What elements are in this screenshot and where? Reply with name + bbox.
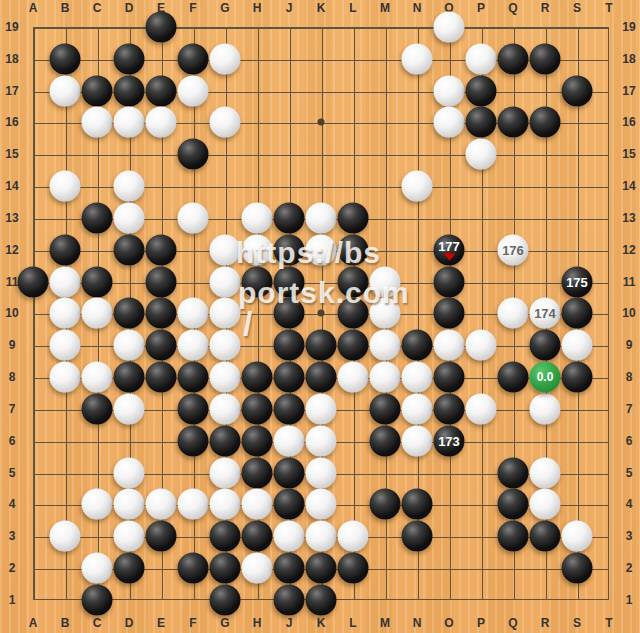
- col-label-bottom-M: M: [380, 616, 390, 630]
- black-stone-C17: [82, 75, 113, 106]
- black-stone-J13: [274, 202, 305, 233]
- white-stone-C2: [82, 553, 113, 584]
- black-stone-H5: [242, 457, 273, 488]
- col-label-top-Q: Q: [508, 1, 517, 15]
- col-label-top-R: R: [541, 1, 550, 15]
- white-stone-B11: [50, 266, 81, 297]
- white-stone-D9: [114, 330, 145, 361]
- white-stone-G11: [210, 266, 241, 297]
- last-move-triangle-icon: [443, 253, 455, 260]
- black-stone-E11: [146, 266, 177, 297]
- col-label-top-T: T: [605, 1, 612, 15]
- white-stone-R4: [530, 489, 561, 520]
- row-label-left-6: 6: [9, 434, 16, 448]
- white-stone-L8: [338, 362, 369, 393]
- row-label-right-18: 18: [622, 52, 635, 66]
- white-stone-C10: [82, 298, 113, 329]
- white-stone-F9: [178, 330, 209, 361]
- row-label-right-16: 16: [622, 115, 635, 129]
- black-stone-S2: [562, 553, 593, 584]
- white-stone-E16: [146, 107, 177, 138]
- black-stone-F15: [178, 139, 209, 170]
- white-stone-M9: [370, 330, 401, 361]
- move-number-176: 176: [502, 243, 524, 256]
- row-label-left-12: 12: [5, 243, 18, 257]
- col-label-bottom-O: O: [444, 616, 453, 630]
- white-stone-B3: [50, 521, 81, 552]
- row-label-left-1: 1: [9, 593, 16, 607]
- row-label-right-5: 5: [626, 466, 633, 480]
- black-stone-O7: [434, 393, 465, 424]
- white-stone-E4: [146, 489, 177, 520]
- white-stone-J6: [274, 425, 305, 456]
- row-label-left-9: 9: [9, 338, 16, 352]
- row-label-left-5: 5: [9, 466, 16, 480]
- row-label-left-10: 10: [5, 306, 18, 320]
- black-stone-S11: 175: [562, 266, 593, 297]
- row-label-left-3: 3: [9, 529, 16, 543]
- col-label-bottom-P: P: [477, 616, 485, 630]
- white-stone-N18: [402, 43, 433, 74]
- black-stone-L2: [338, 553, 369, 584]
- white-stone-G18: [210, 43, 241, 74]
- black-stone-S10: [562, 298, 593, 329]
- white-stone-K7: [306, 393, 337, 424]
- col-label-top-S: S: [573, 1, 581, 15]
- black-stone-N9: [402, 330, 433, 361]
- white-stone-P9: [466, 330, 497, 361]
- col-label-bottom-N: N: [413, 616, 422, 630]
- white-stone-F10: [178, 298, 209, 329]
- col-label-bottom-H: H: [253, 616, 262, 630]
- row-label-left-4: 4: [9, 497, 16, 511]
- col-label-top-H: H: [253, 1, 262, 15]
- white-stone-G16: [210, 107, 241, 138]
- white-stone-B10: [50, 298, 81, 329]
- white-stone-G10: [210, 298, 241, 329]
- black-stone-B12: [50, 234, 81, 265]
- white-stone-D13: [114, 202, 145, 233]
- black-stone-M4: [370, 489, 401, 520]
- watermark-line3: /: [243, 304, 253, 343]
- col-label-bottom-J: J: [286, 616, 293, 630]
- ai-score-marker[interactable]: 0.0: [530, 362, 561, 393]
- white-stone-R7: [530, 393, 561, 424]
- black-stone-L13: [338, 202, 369, 233]
- move-number-173: 173: [438, 434, 460, 447]
- col-label-top-J: J: [286, 1, 293, 15]
- row-label-right-11: 11: [623, 275, 636, 289]
- white-stone-G7: [210, 393, 241, 424]
- white-stone-K6: [306, 425, 337, 456]
- white-stone-B8: [50, 362, 81, 393]
- black-stone-J9: [274, 330, 305, 361]
- white-stone-P7: [466, 393, 497, 424]
- white-stone-D7: [114, 393, 145, 424]
- black-stone-D2: [114, 553, 145, 584]
- col-label-bottom-Q: Q: [508, 616, 517, 630]
- black-stone-E12: [146, 234, 177, 265]
- black-stone-J7: [274, 393, 305, 424]
- black-stone-N3: [402, 521, 433, 552]
- black-stone-L9: [338, 330, 369, 361]
- black-stone-F7: [178, 393, 209, 424]
- hoshi-K16: [318, 119, 325, 126]
- row-label-left-15: 15: [5, 147, 18, 161]
- white-stone-G4: [210, 489, 241, 520]
- white-stone-R10: 174: [530, 298, 561, 329]
- black-stone-D17: [114, 75, 145, 106]
- black-stone-G2: [210, 553, 241, 584]
- black-stone-Q18: [498, 43, 529, 74]
- row-label-left-16: 16: [5, 115, 18, 129]
- row-label-left-8: 8: [9, 370, 16, 384]
- white-stone-S9: [562, 330, 593, 361]
- row-label-right-13: 13: [622, 211, 635, 225]
- row-label-left-11: 11: [6, 275, 19, 289]
- black-stone-O8: [434, 362, 465, 393]
- col-label-top-A: A: [29, 1, 38, 15]
- col-label-bottom-E: E: [157, 616, 165, 630]
- black-stone-F6: [178, 425, 209, 456]
- black-stone-C7: [82, 393, 113, 424]
- col-label-top-P: P: [477, 1, 485, 15]
- watermark-line1: https://bs: [236, 236, 381, 270]
- white-stone-K4: [306, 489, 337, 520]
- black-stone-B18: [50, 43, 81, 74]
- row-label-left-14: 14: [5, 179, 18, 193]
- black-stone-P16: [466, 107, 497, 138]
- col-label-bottom-L: L: [349, 616, 356, 630]
- black-stone-O6: 173: [434, 425, 465, 456]
- white-stone-O9: [434, 330, 465, 361]
- black-stone-J8: [274, 362, 305, 393]
- white-stone-G9: [210, 330, 241, 361]
- white-stone-B14: [50, 171, 81, 202]
- black-stone-Q3: [498, 521, 529, 552]
- move-number-174: 174: [534, 307, 556, 320]
- row-label-right-8: 8: [626, 370, 633, 384]
- col-label-top-D: D: [125, 1, 134, 15]
- black-stone-J5: [274, 457, 305, 488]
- black-stone-E3: [146, 521, 177, 552]
- white-stone-N6: [402, 425, 433, 456]
- col-label-bottom-R: R: [541, 616, 550, 630]
- row-label-left-19: 19: [5, 20, 18, 34]
- white-stone-G5: [210, 457, 241, 488]
- black-stone-O11: [434, 266, 465, 297]
- col-label-top-K: K: [317, 1, 326, 15]
- white-stone-D16: [114, 107, 145, 138]
- black-stone-E19: [146, 12, 177, 43]
- white-stone-N7: [402, 393, 433, 424]
- white-stone-K3: [306, 521, 337, 552]
- white-stone-D14: [114, 171, 145, 202]
- white-stone-F17: [178, 75, 209, 106]
- row-label-right-19: 19: [622, 20, 635, 34]
- black-stone-R9: [530, 330, 561, 361]
- white-stone-P15: [466, 139, 497, 170]
- white-stone-H4: [242, 489, 273, 520]
- white-stone-S3: [562, 521, 593, 552]
- white-stone-H2: [242, 553, 273, 584]
- black-stone-C11: [82, 266, 113, 297]
- white-stone-N8: [402, 362, 433, 393]
- row-label-left-2: 2: [9, 561, 16, 575]
- black-stone-J2: [274, 553, 305, 584]
- row-label-right-4: 4: [626, 497, 633, 511]
- black-stone-S17: [562, 75, 593, 106]
- black-stone-K2: [306, 553, 337, 584]
- col-label-bottom-K: K: [317, 616, 326, 630]
- black-stone-G6: [210, 425, 241, 456]
- black-stone-E8: [146, 362, 177, 393]
- black-stone-F18: [178, 43, 209, 74]
- black-stone-D8: [114, 362, 145, 393]
- white-stone-K13: [306, 202, 337, 233]
- black-stone-G1: [210, 584, 241, 615]
- black-stone-O12: 177: [434, 234, 465, 265]
- white-stone-G8: [210, 362, 241, 393]
- black-stone-Q16: [498, 107, 529, 138]
- watermark-line2: portsk.com: [238, 276, 410, 310]
- move-number-175: 175: [566, 275, 588, 288]
- row-label-right-2: 2: [626, 561, 633, 575]
- white-stone-Q10: [498, 298, 529, 329]
- col-label-bottom-F: F: [189, 616, 196, 630]
- white-stone-N14: [402, 171, 433, 202]
- col-label-top-M: M: [380, 1, 390, 15]
- row-label-right-9: 9: [626, 338, 633, 352]
- black-stone-M7: [370, 393, 401, 424]
- row-label-right-10: 10: [622, 306, 635, 320]
- black-stone-K8: [306, 362, 337, 393]
- white-stone-C8: [82, 362, 113, 393]
- black-stone-J4: [274, 489, 305, 520]
- black-stone-N4: [402, 489, 433, 520]
- white-stone-O19: [434, 12, 465, 43]
- black-stone-O10: [434, 298, 465, 329]
- hoshi-K10: [318, 310, 325, 317]
- black-stone-F2: [178, 553, 209, 584]
- row-label-right-14: 14: [622, 179, 635, 193]
- row-label-right-12: 12: [622, 243, 635, 257]
- white-stone-O17: [434, 75, 465, 106]
- black-stone-Q5: [498, 457, 529, 488]
- white-stone-D4: [114, 489, 145, 520]
- col-label-bottom-D: D: [125, 616, 134, 630]
- col-label-bottom-B: B: [61, 616, 70, 630]
- col-label-bottom-T: T: [605, 616, 612, 630]
- white-stone-J3: [274, 521, 305, 552]
- col-label-bottom-C: C: [93, 616, 102, 630]
- white-stone-R5: [530, 457, 561, 488]
- white-stone-B17: [50, 75, 81, 106]
- col-label-top-B: B: [61, 1, 70, 15]
- white-stone-M8: [370, 362, 401, 393]
- white-stone-D5: [114, 457, 145, 488]
- black-stone-J1: [274, 584, 305, 615]
- black-stone-R16: [530, 107, 561, 138]
- white-stone-O16: [434, 107, 465, 138]
- white-stone-K5: [306, 457, 337, 488]
- col-label-top-N: N: [413, 1, 422, 15]
- white-stone-C4: [82, 489, 113, 520]
- black-stone-E9: [146, 330, 177, 361]
- black-stone-R18: [530, 43, 561, 74]
- move-number-177: 177: [438, 239, 460, 252]
- col-label-top-F: F: [189, 1, 196, 15]
- white-stone-Q12: 176: [498, 234, 529, 265]
- row-label-left-18: 18: [5, 52, 18, 66]
- ai-score-value: 0.0: [537, 371, 554, 384]
- black-stone-F8: [178, 362, 209, 393]
- row-label-right-1: 1: [626, 593, 633, 607]
- col-label-bottom-S: S: [573, 616, 581, 630]
- black-stone-E17: [146, 75, 177, 106]
- white-stone-D3: [114, 521, 145, 552]
- row-label-right-17: 17: [622, 84, 635, 98]
- black-stone-P17: [466, 75, 497, 106]
- black-stone-M6: [370, 425, 401, 456]
- black-stone-K1: [306, 584, 337, 615]
- col-label-top-C: C: [93, 1, 102, 15]
- white-stone-B9: [50, 330, 81, 361]
- white-stone-P18: [466, 43, 497, 74]
- row-label-right-15: 15: [622, 147, 635, 161]
- black-stone-H8: [242, 362, 273, 393]
- go-board-app: AABBCCDDEEFFGGHHJJKKLLMMNNOOPPQQRRSSTT19…: [0, 0, 640, 633]
- white-stone-F4: [178, 489, 209, 520]
- black-stone-G3: [210, 521, 241, 552]
- black-stone-C13: [82, 202, 113, 233]
- white-stone-C16: [82, 107, 113, 138]
- row-label-left-17: 17: [5, 84, 18, 98]
- row-label-right-3: 3: [626, 529, 633, 543]
- black-stone-K9: [306, 330, 337, 361]
- black-stone-D18: [114, 43, 145, 74]
- black-stone-S8: [562, 362, 593, 393]
- black-stone-C1: [82, 584, 113, 615]
- row-label-left-7: 7: [9, 402, 16, 416]
- black-stone-D10: [114, 298, 145, 329]
- white-stone-F13: [178, 202, 209, 233]
- black-stone-H6: [242, 425, 273, 456]
- col-label-bottom-A: A: [29, 616, 38, 630]
- row-label-right-6: 6: [626, 434, 633, 448]
- black-stone-R3: [530, 521, 561, 552]
- black-stone-H3: [242, 521, 273, 552]
- black-stone-D12: [114, 234, 145, 265]
- row-label-right-7: 7: [626, 402, 633, 416]
- col-label-top-G: G: [220, 1, 229, 15]
- white-stone-H13: [242, 202, 273, 233]
- black-stone-Q4: [498, 489, 529, 520]
- black-stone-A11: [18, 266, 49, 297]
- black-stone-Q8: [498, 362, 529, 393]
- black-stone-H7: [242, 393, 273, 424]
- col-label-bottom-G: G: [220, 616, 229, 630]
- col-label-top-L: L: [349, 1, 356, 15]
- black-stone-E10: [146, 298, 177, 329]
- row-label-left-13: 13: [5, 211, 18, 225]
- white-stone-L3: [338, 521, 369, 552]
